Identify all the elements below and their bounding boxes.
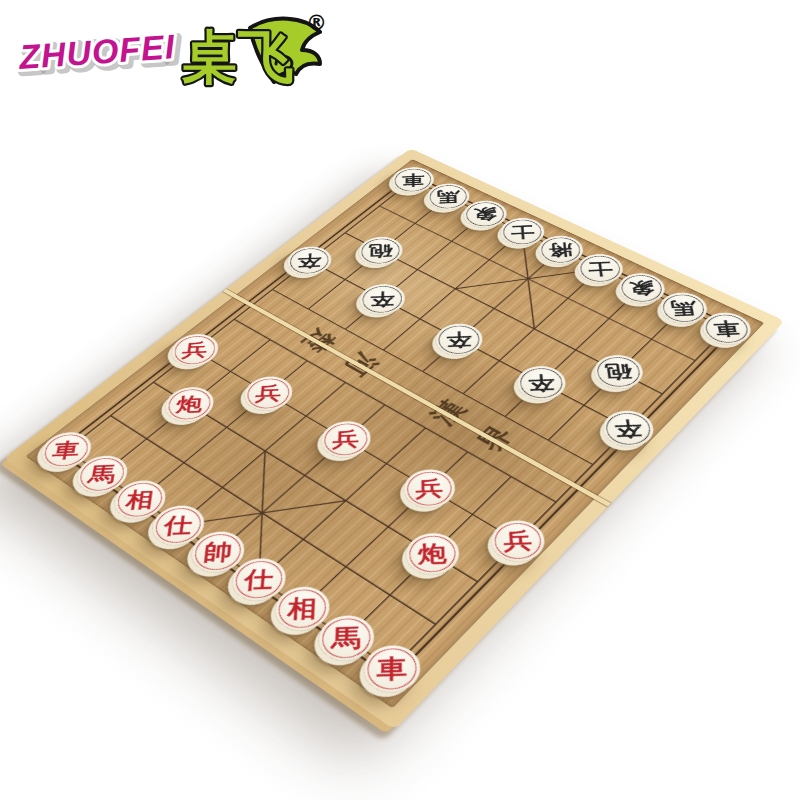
piece-glyph: 將 xyxy=(548,242,574,258)
piece-black-cannon[interactable]: 砲 xyxy=(585,348,652,395)
piece-glyph: 砲 xyxy=(604,362,633,381)
piece-red-cannon[interactable]: 炮 xyxy=(395,525,470,583)
piece-glyph: 馬 xyxy=(669,299,697,317)
piece-glyph: 仕 xyxy=(244,568,275,592)
piece-glyph: 馬 xyxy=(87,464,117,485)
piece-glyph: 仕 xyxy=(163,514,194,536)
piece-red-soldier[interactable]: 兵 xyxy=(234,370,301,418)
board-surface[interactable]: 楚河漢界 車馬象士將士象馬車砲砲卒卒卒卒卒兵兵兵兵兵炮炮車馬相仕帥仕相馬車 xyxy=(26,159,765,708)
piece-glyph: 車 xyxy=(51,440,81,460)
piece-red-cannon[interactable]: 炮 xyxy=(156,381,224,429)
piece-black-soldier[interactable]: 卒 xyxy=(507,359,575,407)
piece-glyph: 兵 xyxy=(503,530,533,553)
brand-logo: ZHUOFEI ZHUOFEI 桌飞 ® xyxy=(14,8,334,104)
piece-glyph: 兵 xyxy=(415,478,443,500)
registered-mark: ® xyxy=(306,11,327,35)
piece-glyph: 兵 xyxy=(254,384,281,403)
piece-glyph: 砲 xyxy=(369,243,393,259)
piece-glyph: 卒 xyxy=(370,290,395,307)
piece-red-soldier[interactable]: 兵 xyxy=(480,513,554,570)
piece-glyph: 馬 xyxy=(331,625,362,650)
piece-glyph: 炮 xyxy=(175,395,203,415)
piece-glyph: 士 xyxy=(510,224,535,240)
piece-glyph: 車 xyxy=(402,173,425,188)
piece-glyph: 卒 xyxy=(446,330,472,348)
pieces-layer: 車馬象士將士象馬車砲砲卒卒卒卒卒兵兵兵兵兵炮炮車馬相仕帥仕相馬車 xyxy=(26,159,765,708)
piece-glyph: 車 xyxy=(712,319,741,337)
piece-glyph: 卒 xyxy=(297,252,322,268)
piece-glyph: 士 xyxy=(587,260,613,277)
piece-glyph: 相 xyxy=(124,489,155,511)
piece-glyph: 相 xyxy=(286,596,317,621)
piece-glyph: 象 xyxy=(473,206,497,222)
piece-glyph: 兵 xyxy=(181,341,208,359)
piece-glyph: 兵 xyxy=(332,429,359,449)
piece-black-cannon[interactable]: 砲 xyxy=(350,231,412,271)
piece-glyph: 象 xyxy=(628,279,655,296)
piece-glyph: 帥 xyxy=(202,540,233,563)
piece-glyph: 車 xyxy=(376,656,407,682)
brand-cjk: 桌飞 xyxy=(181,24,294,89)
piece-black-soldier[interactable]: 卒 xyxy=(426,317,492,362)
piece-glyph: 卒 xyxy=(527,373,555,392)
piece-glyph: 馬 xyxy=(437,189,460,204)
piece-red-soldier[interactable]: 兵 xyxy=(311,415,381,466)
xiangqi-board: 楚河漢界 車馬象士將士象馬車砲砲卒卒卒卒卒兵兵兵兵兵炮炮車馬相仕帥仕相馬車 xyxy=(4,148,785,730)
piece-black-soldier[interactable]: 卒 xyxy=(350,278,414,320)
piece-red-soldier[interactable]: 兵 xyxy=(162,328,227,373)
piece-black-soldier[interactable]: 卒 xyxy=(593,404,663,455)
piece-black-soldier[interactable]: 卒 xyxy=(278,241,340,281)
piece-red-soldier[interactable]: 兵 xyxy=(393,462,465,516)
piece-glyph: 卒 xyxy=(614,418,644,438)
product-photo: ZHUOFEI ZHUOFEI 桌飞 ® 楚河漢界 車馬象士將士象馬車砲砲卒卒卒… xyxy=(0,0,800,800)
piece-glyph: 炮 xyxy=(418,542,447,565)
